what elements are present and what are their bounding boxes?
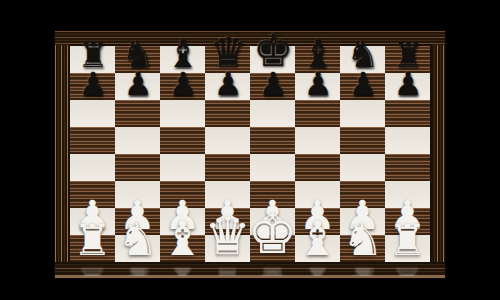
square-c8[interactable]: ♝ [160, 46, 205, 73]
square-b4[interactable] [115, 154, 160, 181]
square-e8[interactable]: ♚ [250, 46, 295, 73]
piece-black-pawn: ♟ [78, 68, 107, 100]
square-d8[interactable]: ♛ [205, 46, 250, 73]
board-grid: ♜♞♝♛♚♝♞♜♟♟♟♟♟♟♟♟♟♟♟♟♟♟♟♟♜♞♝♛♚♝♞♜ [70, 46, 430, 262]
square-c3[interactable] [160, 181, 205, 208]
square-c7[interactable]: ♟ [160, 73, 205, 100]
board-frame-top [55, 31, 445, 46]
square-d1[interactable]: ♛ [205, 235, 250, 262]
piece-black-pawn: ♟ [123, 68, 152, 100]
square-f6[interactable] [295, 100, 340, 127]
square-d7[interactable]: ♟ [205, 73, 250, 100]
square-b8[interactable]: ♞ [115, 46, 160, 73]
piece-black-pawn: ♟ [393, 68, 422, 100]
square-a5[interactable] [70, 127, 115, 154]
square-d2[interactable]: ♟ [205, 208, 250, 235]
square-b5[interactable] [115, 127, 160, 154]
piece-black-pawn: ♟ [348, 68, 377, 100]
square-h8[interactable]: ♜ [385, 46, 430, 73]
square-b6[interactable] [115, 100, 160, 127]
square-h6[interactable] [385, 100, 430, 127]
piece-black-pawn: ♟ [258, 68, 287, 100]
chess-board: ♜♞♝♛♚♝♞♜♟♟♟♟♟♟♟♟♟♟♟♟♟♟♟♟♜♞♝♛♚♝♞♜ ♜♞♝♛♚♝♞… [55, 31, 445, 278]
square-f5[interactable] [295, 127, 340, 154]
square-e2[interactable]: ♟ [250, 208, 295, 235]
square-e4[interactable] [250, 154, 295, 181]
square-b2[interactable]: ♟ [115, 208, 160, 235]
scene: ♜♞♝♛♚♝♞♜♟♟♟♟♟♟♟♟♟♟♟♟♟♟♟♟♜♞♝♛♚♝♞♜ ♜♞♝♛♚♝♞… [0, 0, 500, 300]
board-frame-left [55, 45, 71, 264]
square-f2[interactable]: ♟ [295, 208, 340, 235]
square-c2[interactable]: ♟ [160, 208, 205, 235]
square-h5[interactable] [385, 127, 430, 154]
square-a6[interactable] [70, 100, 115, 127]
square-a8[interactable]: ♜ [70, 46, 115, 73]
piece-black-pawn: ♟ [168, 68, 197, 100]
square-c5[interactable] [160, 127, 205, 154]
square-g3[interactable] [340, 181, 385, 208]
square-g8[interactable]: ♞ [340, 46, 385, 73]
square-f1[interactable]: ♝ [295, 235, 340, 262]
square-e1[interactable]: ♚ [250, 235, 295, 262]
square-c4[interactable] [160, 154, 205, 181]
square-g5[interactable] [340, 127, 385, 154]
square-a4[interactable] [70, 154, 115, 181]
square-g4[interactable] [340, 154, 385, 181]
square-f3[interactable] [295, 181, 340, 208]
square-f4[interactable] [295, 154, 340, 181]
square-g7[interactable]: ♟ [340, 73, 385, 100]
square-g6[interactable] [340, 100, 385, 127]
square-d3[interactable] [205, 181, 250, 208]
square-c6[interactable] [160, 100, 205, 127]
square-h4[interactable] [385, 154, 430, 181]
piece-black-pawn: ♟ [213, 68, 242, 100]
square-a7[interactable]: ♟ [70, 73, 115, 100]
piece-black-pawn: ♟ [303, 68, 332, 100]
square-f8[interactable]: ♝ [295, 46, 340, 73]
board-frame-right [429, 45, 445, 264]
square-e7[interactable]: ♟ [250, 73, 295, 100]
square-a2[interactable]: ♟ [70, 208, 115, 235]
square-h3[interactable] [385, 181, 430, 208]
square-a1[interactable]: ♜ [70, 235, 115, 262]
square-a3[interactable] [70, 181, 115, 208]
square-g2[interactable]: ♟ [340, 208, 385, 235]
square-c1[interactable]: ♝ [160, 235, 205, 262]
square-f7[interactable]: ♟ [295, 73, 340, 100]
square-e3[interactable] [250, 181, 295, 208]
square-h2[interactable]: ♟ [385, 208, 430, 235]
square-e6[interactable] [250, 100, 295, 127]
square-h7[interactable]: ♟ [385, 73, 430, 100]
square-d5[interactable] [205, 127, 250, 154]
square-b1[interactable]: ♞ [115, 235, 160, 262]
square-e5[interactable] [250, 127, 295, 154]
board-frame-bottom [55, 262, 445, 278]
square-b7[interactable]: ♟ [115, 73, 160, 100]
square-h1[interactable]: ♜ [385, 235, 430, 262]
square-d6[interactable] [205, 100, 250, 127]
square-g1[interactable]: ♞ [340, 235, 385, 262]
square-b3[interactable] [115, 181, 160, 208]
square-d4[interactable] [205, 154, 250, 181]
